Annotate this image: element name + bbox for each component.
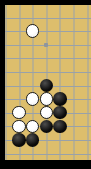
- black-stone: [40, 79, 53, 92]
- go-diagram: [0, 0, 91, 169]
- black-stone: [40, 120, 53, 133]
- white-stone: [40, 92, 53, 105]
- black-stone: [12, 133, 25, 146]
- white-stone: [26, 92, 39, 105]
- black-stone: [53, 92, 66, 105]
- go-board[interactable]: [5, 0, 91, 160]
- white-stone: [40, 106, 53, 119]
- star-point: [44, 43, 48, 47]
- white-stone: [26, 24, 39, 37]
- frame-top-bar: [0, 0, 91, 5]
- frame-bottom-bar: [0, 160, 91, 169]
- frame-left-bar: [0, 0, 5, 169]
- black-stone: [53, 120, 66, 133]
- black-stone: [53, 106, 66, 119]
- white-stone: [12, 120, 25, 133]
- black-stone: [26, 133, 39, 146]
- white-stone: [12, 106, 25, 119]
- stone-layer: [0, 0, 91, 160]
- white-stone: [26, 120, 39, 133]
